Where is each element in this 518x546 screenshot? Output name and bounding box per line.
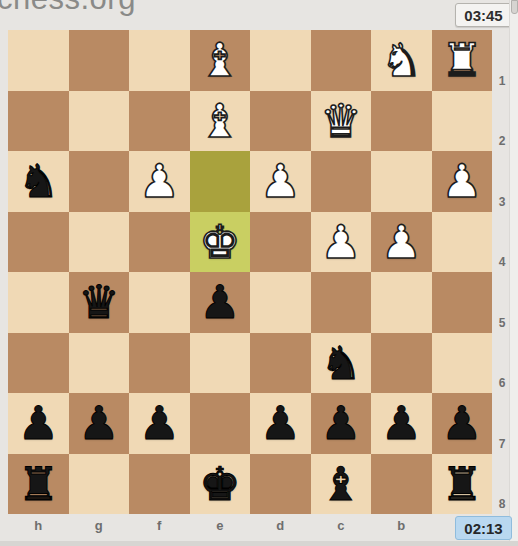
square-e6[interactable] bbox=[190, 333, 251, 394]
square-c6[interactable]: ♞ bbox=[311, 333, 372, 394]
square-f8[interactable] bbox=[129, 454, 190, 515]
square-f5[interactable] bbox=[129, 272, 190, 333]
square-h6[interactable] bbox=[8, 333, 69, 394]
square-d4[interactable] bbox=[250, 212, 311, 273]
piece-black-pawn[interactable]: ♟ bbox=[139, 400, 180, 446]
square-a3[interactable]: ♟ bbox=[432, 151, 493, 212]
square-g4[interactable] bbox=[69, 212, 130, 273]
file-label-c: c bbox=[311, 517, 372, 535]
player-clock: 02:13 bbox=[455, 516, 512, 540]
square-a1[interactable]: ♜ bbox=[432, 30, 493, 91]
square-a7[interactable]: ♟ bbox=[432, 393, 493, 454]
piece-white-pawn[interactable]: ♟ bbox=[139, 158, 180, 204]
square-d8[interactable] bbox=[250, 454, 311, 515]
square-a8[interactable]: ♜ bbox=[432, 454, 493, 515]
square-e7[interactable] bbox=[190, 393, 251, 454]
square-c3[interactable] bbox=[311, 151, 372, 212]
file-label-d: d bbox=[250, 517, 311, 535]
square-f2[interactable] bbox=[129, 91, 190, 152]
piece-black-pawn[interactable]: ♟ bbox=[381, 400, 422, 446]
square-d1[interactable] bbox=[250, 30, 311, 91]
square-d2[interactable] bbox=[250, 91, 311, 152]
square-f7[interactable]: ♟ bbox=[129, 393, 190, 454]
piece-white-rook[interactable]: ♜ bbox=[441, 37, 482, 83]
square-d7[interactable]: ♟ bbox=[250, 393, 311, 454]
square-h8[interactable]: ♜ bbox=[8, 454, 69, 515]
square-b1[interactable]: ♞ bbox=[371, 30, 432, 91]
piece-black-knight[interactable]: ♞ bbox=[320, 340, 361, 386]
square-e3[interactable] bbox=[190, 151, 251, 212]
square-e1[interactable]: ♝ bbox=[190, 30, 251, 91]
square-d5[interactable] bbox=[250, 272, 311, 333]
square-g1[interactable] bbox=[69, 30, 130, 91]
square-b8[interactable] bbox=[371, 454, 432, 515]
file-label-e: e bbox=[190, 517, 251, 535]
piece-white-pawn[interactable]: ♟ bbox=[320, 219, 361, 265]
piece-black-king[interactable]: ♚ bbox=[199, 461, 240, 507]
site-header: chess.org bbox=[0, 0, 136, 17]
square-g7[interactable]: ♟ bbox=[69, 393, 130, 454]
piece-black-pawn[interactable]: ♟ bbox=[320, 400, 361, 446]
piece-black-rook[interactable]: ♜ bbox=[441, 461, 482, 507]
square-b5[interactable] bbox=[371, 272, 432, 333]
scrollbar[interactable] bbox=[509, 0, 518, 546]
page: chess.org 03:45 ♝♞♜♝♛♞♟♟♟♚♟♟♛♟♞♟♟♟♟♟♟♟♜♚… bbox=[0, 0, 518, 546]
square-h4[interactable] bbox=[8, 212, 69, 273]
square-b2[interactable] bbox=[371, 91, 432, 152]
piece-white-bishop[interactable]: ♝ bbox=[199, 98, 240, 144]
piece-white-bishop[interactable]: ♝ bbox=[199, 37, 240, 83]
square-a2[interactable] bbox=[432, 91, 493, 152]
piece-black-queen[interactable]: ♛ bbox=[78, 279, 119, 325]
piece-black-knight[interactable]: ♞ bbox=[18, 158, 59, 204]
square-g2[interactable] bbox=[69, 91, 130, 152]
piece-white-pawn[interactable]: ♟ bbox=[260, 158, 301, 204]
square-e4[interactable]: ♚ bbox=[190, 212, 251, 273]
square-a6[interactable] bbox=[432, 333, 493, 394]
piece-black-pawn[interactable]: ♟ bbox=[78, 400, 119, 446]
file-labels: hgfedcba bbox=[8, 517, 492, 535]
file-label-b: b bbox=[371, 517, 432, 535]
square-e2[interactable]: ♝ bbox=[190, 91, 251, 152]
square-b3[interactable] bbox=[371, 151, 432, 212]
piece-black-rook[interactable]: ♜ bbox=[18, 461, 59, 507]
piece-black-pawn[interactable]: ♟ bbox=[441, 400, 482, 446]
square-h2[interactable] bbox=[8, 91, 69, 152]
file-label-h: h bbox=[8, 517, 69, 535]
square-d6[interactable] bbox=[250, 333, 311, 394]
square-f1[interactable] bbox=[129, 30, 190, 91]
square-e8[interactable]: ♚ bbox=[190, 454, 251, 515]
square-f4[interactable] bbox=[129, 212, 190, 273]
square-d3[interactable]: ♟ bbox=[250, 151, 311, 212]
square-f6[interactable] bbox=[129, 333, 190, 394]
piece-black-bishop[interactable]: ♝ bbox=[320, 461, 361, 507]
square-g6[interactable] bbox=[69, 333, 130, 394]
chess-board[interactable]: ♝♞♜♝♛♞♟♟♟♚♟♟♛♟♞♟♟♟♟♟♟♟♜♚♝♜ bbox=[8, 30, 492, 514]
square-c2[interactable]: ♛ bbox=[311, 91, 372, 152]
square-c1[interactable] bbox=[311, 30, 372, 91]
square-g3[interactable] bbox=[69, 151, 130, 212]
square-f3[interactable]: ♟ bbox=[129, 151, 190, 212]
piece-black-pawn[interactable]: ♟ bbox=[199, 279, 240, 325]
square-c4[interactable]: ♟ bbox=[311, 212, 372, 273]
square-g8[interactable] bbox=[69, 454, 130, 515]
file-label-g: g bbox=[69, 517, 130, 535]
square-e5[interactable]: ♟ bbox=[190, 272, 251, 333]
piece-black-pawn[interactable]: ♟ bbox=[18, 400, 59, 446]
square-a4[interactable] bbox=[432, 212, 493, 273]
footer-strip bbox=[0, 541, 518, 546]
square-c5[interactable] bbox=[311, 272, 372, 333]
square-h7[interactable]: ♟ bbox=[8, 393, 69, 454]
square-h1[interactable] bbox=[8, 30, 69, 91]
square-c8[interactable]: ♝ bbox=[311, 454, 372, 515]
square-g5[interactable]: ♛ bbox=[69, 272, 130, 333]
square-b6[interactable] bbox=[371, 333, 432, 394]
square-b7[interactable]: ♟ bbox=[371, 393, 432, 454]
piece-white-queen[interactable]: ♛ bbox=[320, 98, 361, 144]
piece-white-king[interactable]: ♚ bbox=[199, 219, 240, 265]
square-a5[interactable] bbox=[432, 272, 493, 333]
square-h3[interactable]: ♞ bbox=[8, 151, 69, 212]
opponent-clock: 03:45 bbox=[455, 3, 512, 27]
square-c7[interactable]: ♟ bbox=[311, 393, 372, 454]
file-label-f: f bbox=[129, 517, 190, 535]
piece-black-pawn[interactable]: ♟ bbox=[260, 400, 301, 446]
square-b4[interactable]: ♟ bbox=[371, 212, 432, 273]
piece-white-pawn[interactable]: ♟ bbox=[381, 219, 422, 265]
scrollbar-thumb[interactable] bbox=[511, 0, 518, 14]
square-h5[interactable] bbox=[8, 272, 69, 333]
piece-white-knight[interactable]: ♞ bbox=[381, 37, 422, 83]
piece-white-pawn[interactable]: ♟ bbox=[441, 158, 482, 204]
